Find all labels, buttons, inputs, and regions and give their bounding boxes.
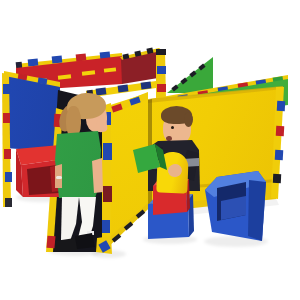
frame-block-blue [157,66,166,74]
frame-block-blue [103,143,112,160]
frame-block-blue [277,101,286,111]
frame-block-blue [102,220,110,233]
frame-block-blue [141,81,152,89]
frame-block-blue [118,84,129,92]
frame-block-maroon [103,186,112,202]
frame-block-red [276,126,285,136]
boy-eye [171,126,174,129]
frame-block-red [46,236,55,249]
frame-clip-black [273,174,281,183]
product-photo-play-panels [0,0,300,300]
frame-block-blue [28,58,39,66]
frame-clip-black [156,49,166,55]
frame-block-blue [275,150,284,160]
frame-foot-dark [5,198,12,207]
boy-hair-side [184,112,193,127]
frame-block-red [157,84,166,92]
frame-block-red [3,113,10,123]
girl-bracelet [56,176,62,179]
frame-block-blue [5,172,12,182]
girl-hand [96,118,108,132]
frame-block-blue [52,55,63,63]
frame-block-blue [3,84,10,94]
frame-block-red [4,149,11,159]
